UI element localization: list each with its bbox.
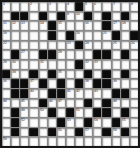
clue-number: 28: [58, 50, 62, 53]
cell-r15c2[interactable]: [11, 137, 19, 146]
black-cell-r12c12: [102, 108, 110, 117]
clue-number: 15: [58, 21, 62, 24]
clue-number: 7: [113, 2, 115, 5]
cell-r4c7[interactable]: [57, 31, 65, 40]
clue-number: 32: [85, 60, 89, 63]
clue-number: 46: [49, 99, 53, 102]
cell-r1c1[interactable]: 1: [2, 2, 10, 11]
black-cell-r6c12: [102, 50, 110, 59]
black-cell-r10c7: [57, 89, 65, 98]
cell-r9c6[interactable]: [48, 79, 56, 88]
cell-r14c8[interactable]: [66, 128, 74, 137]
cell-r3c15[interactable]: [130, 21, 138, 30]
black-cell-r6c6: [48, 50, 56, 59]
cell-r4c10[interactable]: [84, 31, 92, 40]
cell-r6c8[interactable]: [66, 50, 74, 59]
cell-r5c15[interactable]: 26: [130, 41, 138, 50]
clue-number: 48: [113, 99, 117, 102]
cell-r13c12[interactable]: [102, 118, 110, 127]
clue-number: 21: [103, 31, 107, 34]
cell-r7c5[interactable]: 31: [39, 60, 47, 69]
cell-r3c13[interactable]: 17: [112, 21, 120, 30]
black-cell-r4c15: [130, 31, 138, 40]
black-cell-r8c10: [84, 70, 92, 79]
cell-r2c6[interactable]: [48, 12, 56, 21]
clue-number: 10: [76, 12, 80, 15]
cell-r13c5[interactable]: [39, 118, 47, 127]
cell-r7c4[interactable]: [29, 60, 37, 69]
clue-number: 47: [58, 99, 62, 102]
cell-r12c10[interactable]: [84, 108, 92, 117]
cell-r10c15[interactable]: [130, 89, 138, 98]
clue-number: 19: [3, 31, 7, 34]
black-cell-r14c6: [48, 128, 56, 137]
black-cell-r6c11: [93, 50, 101, 59]
black-cell-r12c11: [93, 108, 101, 117]
clue-number: 49: [21, 108, 25, 111]
clue-number: 55: [122, 118, 126, 121]
cell-r15c7[interactable]: [57, 137, 65, 146]
cell-r13c9[interactable]: [75, 118, 83, 127]
clue-number: 57: [85, 128, 89, 131]
clue-number: 12: [12, 21, 16, 24]
cell-r9c1[interactable]: 36: [2, 79, 10, 88]
cell-r13c8[interactable]: 53: [66, 118, 74, 127]
cell-r13c11[interactable]: 54: [93, 118, 101, 127]
black-cell-r8c4: [29, 70, 37, 79]
cell-r8c2[interactable]: 34: [11, 70, 19, 79]
black-cell-r12c8: [66, 108, 74, 117]
black-cell-r9c7: [57, 79, 65, 88]
cell-r9c13[interactable]: 39: [112, 79, 120, 88]
cell-r3c5[interactable]: 14: [39, 21, 47, 30]
cell-r9c14[interactable]: [121, 79, 129, 88]
cell-r5c2[interactable]: [11, 41, 19, 50]
cell-r1c15[interactable]: 8: [130, 2, 138, 11]
clue-number: 33: [94, 60, 98, 63]
cell-r2c4[interactable]: [29, 12, 37, 21]
cell-r4c1[interactable]: 19: [2, 31, 10, 40]
black-cell-r13c2: [11, 118, 19, 127]
cell-r6c9[interactable]: [75, 50, 83, 59]
cell-r8c11[interactable]: [93, 70, 101, 79]
cell-r10c8[interactable]: 41: [66, 89, 74, 98]
cell-r4c4[interactable]: [29, 31, 37, 40]
black-cell-r6c2: [11, 50, 19, 59]
cell-r4c5[interactable]: [39, 31, 47, 40]
cell-r13c1[interactable]: [2, 118, 10, 127]
cell-r9c4[interactable]: 37: [29, 79, 37, 88]
black-cell-r11c10: [84, 99, 92, 108]
cell-r15c6[interactable]: [48, 137, 56, 146]
cell-r6c4[interactable]: [29, 50, 37, 59]
cell-r15c15[interactable]: [130, 137, 138, 146]
cell-r5c8[interactable]: 23: [66, 41, 74, 50]
cell-r13c3[interactable]: 52: [20, 118, 28, 127]
cell-r5c14[interactable]: [121, 41, 129, 50]
clue-number: 9: [67, 12, 69, 15]
cell-r3c2[interactable]: 12: [11, 21, 19, 30]
cell-r6c13[interactable]: [112, 50, 120, 59]
cell-r4c3[interactable]: [20, 31, 28, 40]
cell-r15c12[interactable]: [102, 137, 110, 146]
cell-r8c7[interactable]: 35: [57, 70, 65, 79]
black-cell-r9c5: [39, 79, 47, 88]
cell-r6c15[interactable]: [130, 50, 138, 59]
black-cell-r8c12: [102, 70, 110, 79]
black-cell-r11c5: [39, 99, 47, 108]
cell-r5c13[interactable]: 25: [112, 41, 120, 50]
clue-number: 50: [40, 108, 44, 111]
cell-r11c6[interactable]: 46: [48, 99, 56, 108]
cell-r15c1[interactable]: 59: [2, 137, 10, 146]
black-cell-r14c2: [11, 128, 19, 137]
cell-r14c7[interactable]: 56: [57, 128, 65, 137]
clue-number: 22: [3, 41, 7, 44]
cell-r12c4[interactable]: [29, 108, 37, 117]
black-cell-r8c6: [48, 70, 56, 79]
cell-r14c13[interactable]: 58: [112, 128, 120, 137]
black-cell-r10c6: [48, 89, 56, 98]
cell-r7c6[interactable]: [48, 60, 56, 69]
clue-number: 54: [94, 118, 98, 121]
cell-r8c9[interactable]: [75, 70, 83, 79]
cell-r7c8[interactable]: [66, 60, 74, 69]
cell-r7c13[interactable]: [112, 60, 120, 69]
cell-r4c12[interactable]: 21: [102, 31, 110, 40]
black-cell-r8c1: [2, 70, 10, 79]
black-cell-r9c3: [20, 79, 28, 88]
cell-r12c3[interactable]: 49: [20, 108, 28, 117]
clue-number: 13: [21, 21, 25, 24]
clue-number: 39: [113, 79, 117, 82]
cell-r13c4[interactable]: [29, 118, 37, 127]
cell-r5c12[interactable]: [102, 41, 110, 50]
clue-number: 31: [40, 60, 44, 63]
cell-r9c15[interactable]: [130, 79, 138, 88]
cell-r8c13[interactable]: [112, 70, 120, 79]
black-cell-r9c9: [75, 79, 83, 88]
clue-number: 58: [113, 128, 117, 131]
cell-r12c1[interactable]: [2, 108, 10, 117]
cell-r14c11[interactable]: [93, 128, 101, 137]
cell-r3c1[interactable]: 11: [2, 21, 10, 30]
clue-number: 56: [58, 128, 62, 131]
black-cell-r12c14: [121, 108, 129, 117]
clue-number: 37: [30, 79, 34, 82]
cell-r8c15[interactable]: [130, 70, 138, 79]
black-cell-r10c2: [11, 89, 19, 98]
cell-r15c3[interactable]: [20, 137, 28, 146]
black-cell-r2c3: [20, 12, 28, 21]
cell-r6c10[interactable]: [84, 50, 92, 59]
cell-r5c5[interactable]: [39, 41, 47, 50]
cell-r5c1[interactable]: 22: [2, 41, 10, 50]
cell-r15c8[interactable]: [66, 137, 74, 146]
clue-number: 40: [30, 89, 34, 92]
black-cell-r13c7: [57, 118, 65, 127]
black-cell-r12c6: [48, 108, 56, 117]
clue-number: 1: [3, 2, 5, 5]
black-cell-r2c5: [39, 12, 47, 21]
cell-r3c4[interactable]: [29, 21, 37, 30]
cell-r11c8[interactable]: [66, 99, 74, 108]
black-cell-r9c2: [11, 79, 19, 88]
black-cell-r10c13: [112, 89, 120, 98]
cell-r7c11[interactable]: 33: [93, 60, 101, 69]
cell-r13c6[interactable]: [48, 118, 56, 127]
cell-r4c9[interactable]: 20: [75, 31, 83, 40]
black-cell-r4c6: [48, 31, 56, 40]
black-cell-r8c14: [121, 70, 129, 79]
clue-number: 8: [131, 2, 133, 5]
cell-r4c11[interactable]: [93, 31, 101, 40]
cell-r10c1[interactable]: [2, 89, 10, 98]
cell-r12c15[interactable]: [130, 108, 138, 117]
cell-r10c10[interactable]: [84, 89, 92, 98]
clue-number: 38: [85, 79, 89, 82]
clue-number: 43: [94, 89, 98, 92]
cell-r7c14[interactable]: [121, 60, 129, 69]
clue-number: 5: [85, 2, 87, 5]
cell-r4c2[interactable]: [11, 31, 19, 40]
cell-r15c4[interactable]: [29, 137, 37, 146]
clue-number: 23: [67, 41, 71, 44]
clue-number: 51: [76, 108, 80, 111]
cell-r4c14[interactable]: [121, 31, 129, 40]
black-cell-r13c13: [112, 118, 120, 127]
cell-r2c15[interactable]: [130, 12, 138, 21]
clue-number: 29: [3, 60, 7, 63]
cell-r5c10[interactable]: 24: [84, 41, 92, 50]
clue-number: 3: [49, 2, 51, 5]
cell-r12c7[interactable]: [57, 108, 65, 117]
cell-r5c7[interactable]: [57, 41, 65, 50]
cell-r14c10[interactable]: 57: [84, 128, 92, 137]
clue-number: 11: [3, 21, 7, 24]
cell-r3c9[interactable]: [75, 21, 83, 30]
cell-r7c3[interactable]: [20, 60, 28, 69]
clue-number: 25: [113, 41, 117, 44]
cell-r1c6[interactable]: 3: [48, 2, 56, 11]
cell-r5c6[interactable]: [48, 41, 56, 50]
black-cell-r2c7: [57, 12, 65, 21]
cell-r11c13[interactable]: 48: [112, 99, 120, 108]
cell-r3c3[interactable]: 13: [20, 21, 28, 30]
black-cell-r6c5: [39, 50, 47, 59]
clue-number: 17: [113, 21, 117, 24]
black-cell-r10c3: [20, 89, 28, 98]
cell-r12c9[interactable]: 51: [75, 108, 83, 117]
cell-r1c8[interactable]: 4: [66, 2, 74, 11]
clue-number: 44: [3, 99, 7, 102]
cell-r10c9[interactable]: 42: [75, 89, 83, 98]
cell-r6c7[interactable]: 28: [57, 50, 65, 59]
cell-r14c1[interactable]: [2, 128, 10, 137]
crossword-grid: 1234567891011121314151617181920212223242…: [0, 0, 140, 148]
cell-r11c4[interactable]: [29, 99, 37, 108]
cell-r11c11[interactable]: [93, 99, 101, 108]
clue-number: 59: [3, 137, 7, 140]
black-cell-r4c8: [66, 31, 74, 40]
clue-number: 24: [85, 41, 89, 44]
cell-r8c3[interactable]: [20, 70, 28, 79]
cell-r13c14[interactable]: 55: [121, 118, 129, 127]
black-cell-r14c14: [121, 128, 129, 137]
cell-r7c15[interactable]: [130, 60, 138, 69]
black-cell-r14c4: [29, 128, 37, 137]
cell-r10c12[interactable]: [102, 89, 110, 98]
cell-r3c7[interactable]: 15: [57, 21, 65, 30]
black-cell-r13c10: [84, 118, 92, 127]
cell-r1c13[interactable]: 7: [112, 2, 120, 11]
black-cell-r9c12: [102, 79, 110, 88]
cell-r9c10[interactable]: 38: [84, 79, 92, 88]
cell-r11c1[interactable]: 44: [2, 99, 10, 108]
cell-r2c13[interactable]: [112, 12, 120, 21]
cell-r2c11[interactable]: [93, 12, 101, 21]
cell-r11c7[interactable]: 47: [57, 99, 65, 108]
clue-number: 16: [85, 21, 89, 24]
cell-r10c5[interactable]: [39, 89, 47, 98]
cell-r6c3[interactable]: 27: [20, 50, 28, 59]
cell-r1c11[interactable]: 6: [93, 2, 101, 11]
cell-r15c5[interactable]: [39, 137, 47, 146]
black-cell-r2c2: [11, 12, 19, 21]
cell-r14c15[interactable]: [130, 128, 138, 137]
cell-r5c11[interactable]: [93, 41, 101, 50]
black-cell-r10c14: [121, 89, 129, 98]
cell-r5c4[interactable]: [29, 41, 37, 50]
clue-number: 41: [67, 89, 71, 92]
cell-r14c3[interactable]: [20, 128, 28, 137]
cell-r9c8[interactable]: [66, 79, 74, 88]
cell-r1c4[interactable]: 2: [29, 2, 37, 11]
clue-number: 2: [30, 2, 32, 5]
cell-r3c10[interactable]: 16: [84, 21, 92, 30]
black-cell-r11c12: [102, 99, 110, 108]
clue-number: 26: [131, 41, 135, 44]
cell-r3c8[interactable]: [66, 21, 74, 30]
clue-number: 18: [122, 21, 126, 24]
cell-r7c12[interactable]: [102, 60, 110, 69]
cell-r7c10[interactable]: 32: [84, 60, 92, 69]
cell-r1c7[interactable]: [57, 2, 65, 11]
cell-r1c2[interactable]: [11, 2, 19, 11]
black-cell-r1c9: [75, 2, 83, 11]
cell-r7c2[interactable]: 30: [11, 60, 19, 69]
clue-number: 35: [58, 70, 62, 73]
black-cell-r2c10: [84, 12, 92, 21]
cell-r8c8[interactable]: [66, 70, 74, 79]
clue-number: 4: [67, 2, 69, 5]
clue-number: 20: [76, 31, 80, 34]
black-cell-r2c12: [102, 12, 110, 21]
black-cell-r6c14: [121, 50, 129, 59]
cell-r6c1[interactable]: [2, 50, 10, 59]
black-cell-r9c11: [93, 79, 101, 88]
clue-number: 52: [21, 118, 25, 121]
cell-r11c3[interactable]: 45: [20, 99, 28, 108]
cell-r8c5[interactable]: [39, 70, 47, 79]
clue-number: 45: [21, 99, 25, 102]
clue-number: 36: [3, 79, 7, 82]
cell-r11c14[interactable]: [121, 99, 129, 108]
cell-r5c3[interactable]: [20, 41, 28, 50]
cell-r1c3[interactable]: [20, 2, 28, 11]
black-cell-r5c9: [75, 41, 83, 50]
black-cell-r14c12: [102, 128, 110, 137]
clue-number: 27: [21, 50, 25, 53]
clue-number: 6: [94, 2, 96, 5]
cell-r15c13[interactable]: [112, 137, 120, 146]
cell-r11c15[interactable]: [130, 99, 138, 108]
cell-r3c11[interactable]: [93, 21, 101, 30]
cell-r13c15[interactable]: [130, 118, 138, 127]
cell-r12c13[interactable]: [112, 108, 120, 117]
cell-r1c12[interactable]: [102, 2, 110, 11]
cell-r1c14[interactable]: [121, 2, 129, 11]
black-cell-r2c14: [121, 12, 129, 21]
black-cell-r3c6: [48, 21, 56, 30]
cell-r7c7[interactable]: [57, 60, 65, 69]
cell-r3c14[interactable]: 18: [121, 21, 129, 30]
cell-r15c10[interactable]: [84, 137, 92, 146]
cell-r1c5[interactable]: [39, 2, 47, 11]
cell-r1c10[interactable]: 5: [84, 2, 92, 11]
black-cell-r7c9: [75, 60, 83, 69]
cell-r10c11[interactable]: 43: [93, 89, 101, 98]
cell-r2c9[interactable]: 10: [75, 12, 83, 21]
cell-r11c2[interactable]: [11, 99, 19, 108]
clue-number: 30: [12, 60, 16, 63]
cell-r15c14[interactable]: [121, 137, 129, 146]
cell-r12c5[interactable]: 50: [39, 108, 47, 117]
black-cell-r4c13: [112, 31, 120, 40]
cell-r15c9[interactable]: [75, 137, 83, 146]
clue-number: 53: [67, 118, 71, 121]
cell-r15c11[interactable]: [93, 137, 101, 146]
black-cell-r14c9: [75, 128, 83, 137]
clue-number: 34: [12, 70, 16, 73]
cell-r14c5[interactable]: [39, 128, 47, 137]
clue-number: 42: [76, 89, 80, 92]
black-cell-r3c12: [102, 21, 110, 30]
clue-number: 14: [40, 21, 44, 24]
black-cell-r12c2: [11, 108, 19, 117]
cell-r10c4[interactable]: 40: [29, 89, 37, 98]
cell-r7c1[interactable]: 29: [2, 60, 10, 69]
cell-r2c1[interactable]: [2, 12, 10, 21]
cell-r2c8[interactable]: 9: [66, 12, 74, 21]
cell-r11c9[interactable]: [75, 99, 83, 108]
